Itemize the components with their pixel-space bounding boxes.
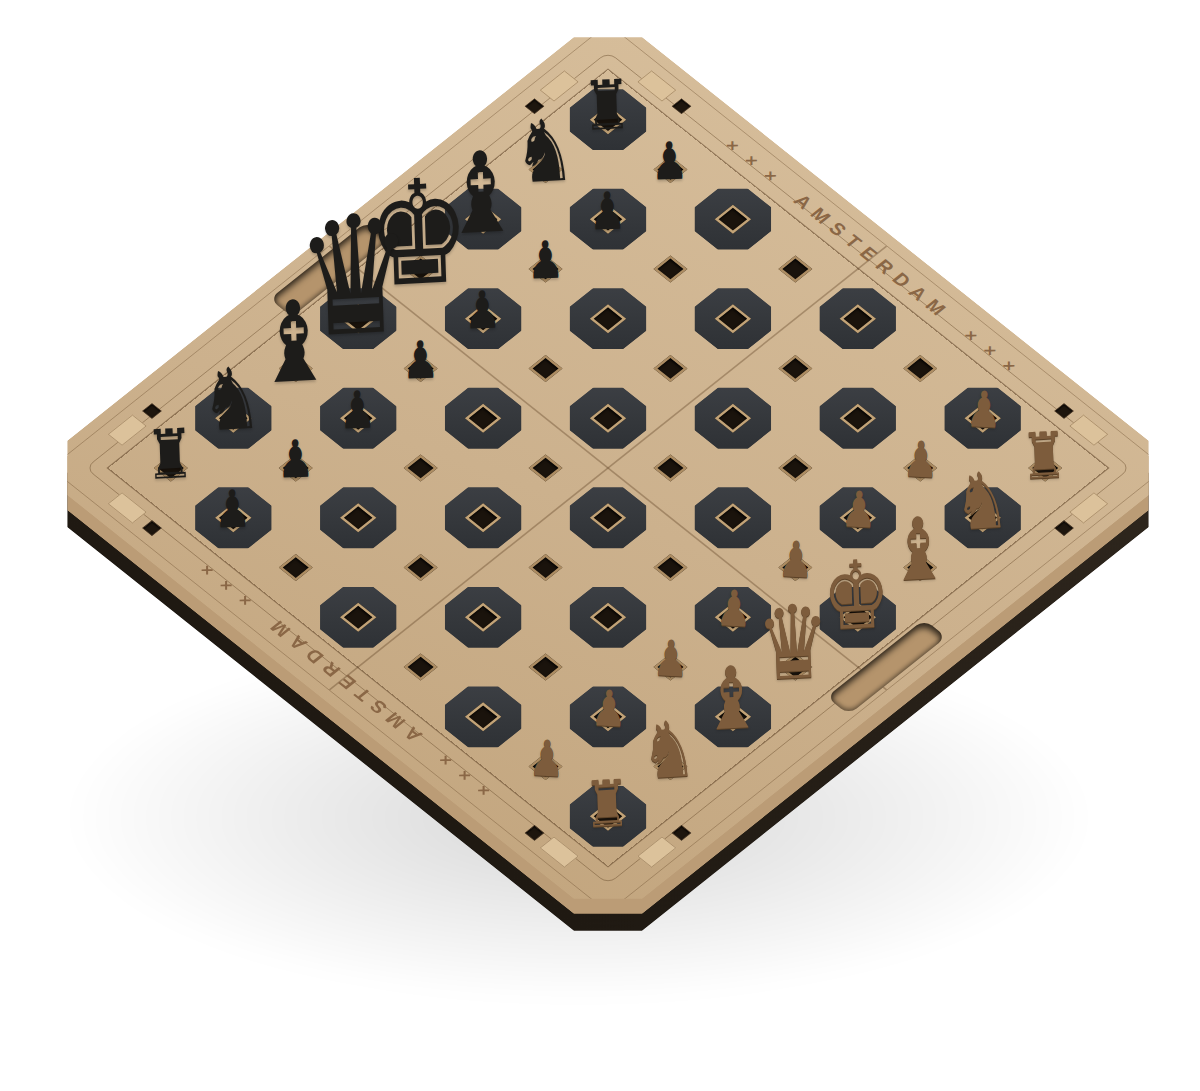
- piece-black-bishop-c8[interactable]: ♝: [252, 284, 336, 400]
- piece-white-pawn-d2[interactable]: ♟: [715, 583, 753, 635]
- piece-white-rook-a1[interactable]: ♜: [583, 771, 631, 837]
- piece-white-pawn-c2[interactable]: ♟: [653, 633, 691, 685]
- piece-black-rook-h8[interactable]: ♜: [581, 71, 632, 141]
- piece-black-pawn-b7[interactable]: ♟: [276, 433, 314, 486]
- piece-black-pawn-f7[interactable]: ♟: [526, 234, 564, 287]
- piece-black-pawn-d7[interactable]: ♟: [401, 333, 439, 386]
- piece-black-rook-a8[interactable]: ♜: [144, 419, 195, 489]
- piece-white-king-e1[interactable]: ♚: [821, 547, 892, 644]
- piece-white-queen-d1[interactable]: ♛: [755, 591, 832, 697]
- piece-black-pawn-c7[interactable]: ♟: [338, 383, 376, 436]
- piece-black-pawn-h7[interactable]: ♟: [651, 134, 689, 187]
- piece-white-pawn-f2[interactable]: ♟: [840, 484, 878, 536]
- piece-white-bishop-c1[interactable]: ♝: [699, 653, 764, 742]
- piece-black-knight-g8[interactable]: ♞: [512, 106, 577, 195]
- photo-stage: × × × AMSTERDAM × × × × × × AMSTERDAM × …: [0, 0, 1200, 1091]
- piece-white-bishop-f1[interactable]: ♝: [887, 504, 952, 593]
- piece-white-knight-b1[interactable]: ♞: [640, 710, 699, 791]
- piece-white-pawn-h2[interactable]: ♟: [965, 384, 1003, 436]
- piece-black-pawn-e7[interactable]: ♟: [463, 283, 501, 336]
- piece-white-pawn-e2[interactable]: ♟: [777, 534, 815, 586]
- pieces-layer: ♜♞♝♛♚♝♞♜♟♟♟♟♟♟♟♟♟♟♟♟♟♟♟♟♜♞♝♛♚♝♞♜: [0, 0, 1200, 1091]
- piece-white-pawn-g2[interactable]: ♟: [902, 434, 940, 486]
- piece-white-knight-g1[interactable]: ♞: [952, 461, 1011, 542]
- piece-white-pawn-b2[interactable]: ♟: [590, 683, 628, 735]
- piece-white-pawn-a2[interactable]: ♟: [528, 733, 566, 785]
- piece-black-knight-b8[interactable]: ♞: [200, 355, 265, 444]
- piece-white-rook-h1[interactable]: ♜: [1020, 423, 1068, 489]
- piece-black-pawn-a7[interactable]: ♟: [213, 483, 251, 536]
- piece-black-pawn-g7[interactable]: ♟: [588, 184, 626, 237]
